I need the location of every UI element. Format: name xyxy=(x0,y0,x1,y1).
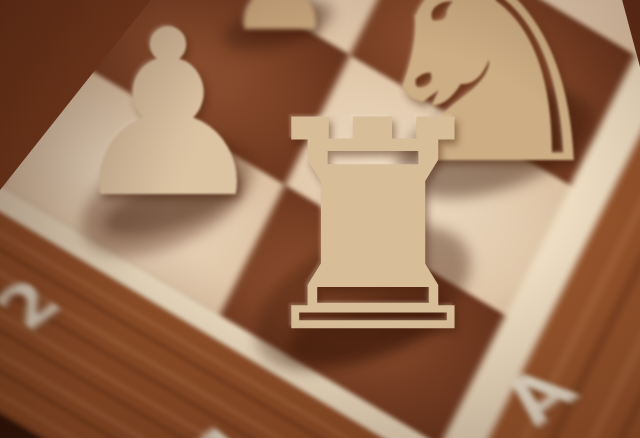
board-plane: 2 1 A xyxy=(0,0,640,438)
chessboard-photo: 2 1 A ♟ ♞ ♟ ♜ xyxy=(0,0,640,438)
